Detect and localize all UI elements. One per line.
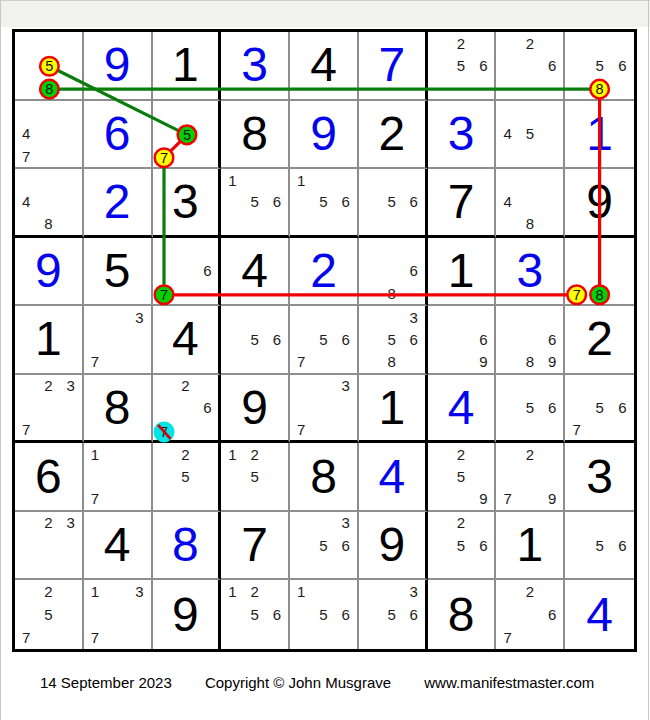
cell-r2c6: 2 xyxy=(359,101,428,170)
candidate: 5 xyxy=(37,603,59,626)
footer-copyright: Copyright © John Musgrave xyxy=(205,674,391,691)
candidate: 8 xyxy=(381,351,403,373)
cell-r7c2: 17 xyxy=(84,443,153,512)
cell-r2c3 xyxy=(153,101,222,170)
candidate: 5 xyxy=(450,54,472,76)
cell-r7c7: 259 xyxy=(428,443,497,512)
solved-digit: 4 xyxy=(448,384,475,432)
cell-r1c4: 3 xyxy=(221,32,290,101)
cell-r3c5: 156 xyxy=(290,169,359,238)
cell-r6c5: 37 xyxy=(290,375,359,444)
candidate: 2 xyxy=(450,443,472,465)
candidate: 7 xyxy=(496,488,518,510)
cell-r6c6: 1 xyxy=(359,375,428,444)
candidate: 4 xyxy=(15,123,37,145)
cell-r1c6: 7 xyxy=(359,32,428,101)
footer-date: 14 September 2023 xyxy=(40,674,172,691)
cell-r5c7: 69 xyxy=(428,306,497,375)
candidate: 7 xyxy=(15,626,37,649)
cell-r8c6: 9 xyxy=(359,512,428,581)
candidate: 6 xyxy=(541,328,563,350)
candidate: 6 xyxy=(266,603,288,626)
candidate: 5 xyxy=(244,603,266,626)
solved-digit: 4 xyxy=(586,591,613,639)
solved-digit: 9 xyxy=(35,247,62,295)
candidate: 6 xyxy=(196,397,218,419)
solved-digit: 1 xyxy=(586,110,613,158)
cell-r9c6: 356 xyxy=(359,580,428,649)
candidate: 5 xyxy=(381,603,403,626)
cell-r8c3: 8 xyxy=(153,512,222,581)
candidate: 7 xyxy=(290,351,312,373)
candidate: 5 xyxy=(450,534,472,556)
cell-r5c6: 3568 xyxy=(359,306,428,375)
candidate: 2 xyxy=(519,580,541,603)
candidate: 7 xyxy=(565,418,588,440)
candidate: 9 xyxy=(472,351,494,373)
candidate: 4 xyxy=(496,191,518,213)
cell-r7c5: 8 xyxy=(290,443,359,512)
cell-r1c2: 9 xyxy=(84,32,153,101)
solved-digit: 6 xyxy=(104,110,131,158)
candidate: 6 xyxy=(266,328,288,350)
cell-r5c3: 4 xyxy=(153,306,222,375)
given-digit: 7 xyxy=(448,178,475,226)
candidate: 2 xyxy=(519,443,541,465)
cell-r9c2: 137 xyxy=(84,580,153,649)
candidate: 6 xyxy=(403,328,425,350)
candidate: 7 xyxy=(496,626,518,649)
candidate: 5 xyxy=(519,123,541,145)
candidate: 2 xyxy=(174,443,196,465)
cell-r5c8: 689 xyxy=(496,306,565,375)
candidate: 5 xyxy=(381,191,403,213)
candidate: 3 xyxy=(335,512,357,534)
candidate: 2 xyxy=(37,580,59,603)
cell-r6c2: 8 xyxy=(84,375,153,444)
cell-r9c7: 8 xyxy=(428,580,497,649)
candidate: 6 xyxy=(611,54,634,76)
cell-r9c4: 1256 xyxy=(221,580,290,649)
candidate: 2 xyxy=(244,580,266,603)
cell-r8c1: 23 xyxy=(15,512,84,581)
candidate: 8 xyxy=(519,351,541,373)
cell-r6c8: 56 xyxy=(496,375,565,444)
candidate: 1 xyxy=(290,169,312,191)
candidate: 9 xyxy=(541,488,563,510)
cell-r9c3: 9 xyxy=(153,580,222,649)
cell-r4c2: 5 xyxy=(84,238,153,307)
cell-r2c8: 45 xyxy=(496,101,565,170)
candidate: 5 xyxy=(588,397,611,419)
candidate: 3 xyxy=(60,512,82,534)
cell-r5c9: 2 xyxy=(565,306,634,375)
cell-r1c5: 4 xyxy=(290,32,359,101)
cell-r4c1: 9 xyxy=(15,238,84,307)
given-digit: 8 xyxy=(104,384,131,432)
given-digit: 4 xyxy=(241,247,268,295)
candidate: 2 xyxy=(244,443,266,465)
candidate: 2 xyxy=(174,375,196,397)
solved-digit: 8 xyxy=(172,521,199,569)
candidate: 6 xyxy=(335,328,357,350)
cell-r2c5: 9 xyxy=(290,101,359,170)
candidate: 1 xyxy=(221,443,243,465)
solved-digit: 3 xyxy=(516,247,543,295)
candidate: 6 xyxy=(472,54,494,76)
given-digit: 5 xyxy=(104,247,131,295)
given-digit: 8 xyxy=(448,591,475,639)
cell-r9c1: 257 xyxy=(15,580,84,649)
candidate: 1 xyxy=(84,580,106,603)
candidate: 3 xyxy=(128,580,150,603)
candidate: 3 xyxy=(60,375,82,397)
candidate: 7 xyxy=(84,488,106,510)
given-digit: 1 xyxy=(378,384,405,432)
given-digit: 1 xyxy=(172,41,199,89)
cell-r7c4: 125 xyxy=(221,443,290,512)
cell-r7c9: 3 xyxy=(565,443,634,512)
candidate: 5 xyxy=(312,191,334,213)
candidate: 5 xyxy=(312,603,334,626)
candidate: 5 xyxy=(381,328,403,350)
cell-r8c7: 256 xyxy=(428,512,497,581)
cell-r2c2: 6 xyxy=(84,101,153,170)
solved-digit: 9 xyxy=(104,41,131,89)
cell-r5c4: 56 xyxy=(221,306,290,375)
cell-r6c9: 567 xyxy=(565,375,634,444)
candidate: 2 xyxy=(519,32,541,54)
cell-r4c8: 3 xyxy=(496,238,565,307)
footer-website: www.manifestmaster.com xyxy=(424,674,594,691)
candidate: 5 xyxy=(588,534,611,556)
cell-r3c9: 9 xyxy=(565,169,634,238)
cell-r4c3: 6 xyxy=(153,238,222,307)
cell-r8c9: 56 xyxy=(565,512,634,581)
cell-r8c8: 1 xyxy=(496,512,565,581)
cell-r7c8: 279 xyxy=(496,443,565,512)
candidate: 6 xyxy=(335,603,357,626)
cell-r8c5: 356 xyxy=(290,512,359,581)
candidate: 3 xyxy=(403,580,425,603)
cell-r6c4: 9 xyxy=(221,375,290,444)
given-digit: 2 xyxy=(586,315,613,363)
given-digit: 4 xyxy=(104,521,131,569)
cell-r2c1: 47 xyxy=(15,101,84,170)
cell-r3c6: 56 xyxy=(359,169,428,238)
cell-r6c3: 26 xyxy=(153,375,222,444)
candidate: 7 xyxy=(84,626,106,649)
candidate: 6 xyxy=(472,328,494,350)
given-digit: 6 xyxy=(35,453,62,501)
cell-r7c1: 6 xyxy=(15,443,84,512)
given-digit: 9 xyxy=(172,591,199,639)
candidate: 2 xyxy=(37,375,59,397)
candidate: 6 xyxy=(541,397,563,419)
given-digit: 1 xyxy=(448,247,475,295)
given-digit: 1 xyxy=(35,315,62,363)
page-edge-left xyxy=(0,0,1,720)
cell-r7c3: 25 xyxy=(153,443,222,512)
candidate: 6 xyxy=(611,534,634,556)
cell-r8c4: 7 xyxy=(221,512,290,581)
cell-r4c9 xyxy=(565,238,634,307)
cell-r1c7: 256 xyxy=(428,32,497,101)
candidate: 5 xyxy=(312,534,334,556)
candidate: 7 xyxy=(15,418,37,440)
candidate: 5 xyxy=(244,466,266,488)
solved-digit: 2 xyxy=(104,178,131,226)
given-digit: 9 xyxy=(586,178,613,226)
cell-r1c3: 1 xyxy=(153,32,222,101)
candidate: 1 xyxy=(221,580,243,603)
cell-r2c7: 3 xyxy=(428,101,497,170)
cell-r5c1: 1 xyxy=(15,306,84,375)
candidate: 6 xyxy=(196,260,218,282)
candidate: 4 xyxy=(15,191,37,213)
candidate: 6 xyxy=(541,603,563,626)
candidate: 7 xyxy=(290,418,312,440)
cell-r8c2: 4 xyxy=(84,512,153,581)
candidate: 6 xyxy=(403,603,425,626)
cell-r4c7: 1 xyxy=(428,238,497,307)
solved-digit: 4 xyxy=(378,453,405,501)
candidate: 3 xyxy=(128,306,150,328)
cell-r3c1: 48 xyxy=(15,169,84,238)
given-digit: 4 xyxy=(172,315,199,363)
candidate: 6 xyxy=(541,54,563,76)
candidate: 6 xyxy=(335,534,357,556)
candidate: 5 xyxy=(174,466,196,488)
cell-r7c6: 4 xyxy=(359,443,428,512)
solved-digit: 2 xyxy=(310,247,337,295)
given-digit: 1 xyxy=(516,521,543,569)
candidate: 5 xyxy=(244,328,266,350)
given-digit: 3 xyxy=(172,178,199,226)
cell-r9c8: 267 xyxy=(496,580,565,649)
given-digit: 3 xyxy=(586,453,613,501)
candidate: 9 xyxy=(541,351,563,373)
page-header-band xyxy=(0,0,650,27)
solved-digit: 7 xyxy=(378,41,405,89)
candidate: 3 xyxy=(335,375,357,397)
candidate: 9 xyxy=(472,488,494,510)
cell-r4c6: 68 xyxy=(359,238,428,307)
footer: 14 September 2023 Copyright © John Musgr… xyxy=(40,674,594,691)
given-digit: 4 xyxy=(310,41,337,89)
candidate: 3 xyxy=(403,306,425,328)
cell-r4c5: 2 xyxy=(290,238,359,307)
candidate: 8 xyxy=(519,213,541,235)
candidate: 2 xyxy=(450,32,472,54)
candidate: 2 xyxy=(450,512,472,534)
cell-r9c9: 4 xyxy=(565,580,634,649)
cell-r5c5: 567 xyxy=(290,306,359,375)
given-digit: 7 xyxy=(241,521,268,569)
candidate: 1 xyxy=(221,169,243,191)
candidate: 5 xyxy=(450,466,472,488)
candidate: 1 xyxy=(290,580,312,603)
cell-r1c8: 26 xyxy=(496,32,565,101)
sudoku-board: 9134725626564768923451482315615656748995… xyxy=(12,29,637,652)
cell-r3c8: 48 xyxy=(496,169,565,238)
candidate: 2 xyxy=(37,512,59,534)
candidate: 5 xyxy=(312,328,334,350)
cell-r6c7: 4 xyxy=(428,375,497,444)
given-digit: 8 xyxy=(310,453,337,501)
candidate: 7 xyxy=(15,145,37,167)
cell-r3c2: 2 xyxy=(84,169,153,238)
cell-r2c9: 1 xyxy=(565,101,634,170)
given-digit: 9 xyxy=(378,521,405,569)
cell-r5c2: 37 xyxy=(84,306,153,375)
candidate: 8 xyxy=(37,213,59,235)
solved-digit: 9 xyxy=(310,110,337,158)
cell-r6c1: 237 xyxy=(15,375,84,444)
candidate: 6 xyxy=(403,260,425,282)
cell-r1c1 xyxy=(15,32,84,101)
candidate: 4 xyxy=(496,123,518,145)
candidate: 7 xyxy=(84,351,106,373)
cell-r1c9: 56 xyxy=(565,32,634,101)
page-edge-right xyxy=(648,0,649,720)
given-digit: 2 xyxy=(378,110,405,158)
candidate: 5 xyxy=(244,191,266,213)
candidate: 6 xyxy=(472,534,494,556)
candidate: 6 xyxy=(611,397,634,419)
given-digit: 8 xyxy=(241,110,268,158)
cell-r3c3: 3 xyxy=(153,169,222,238)
solved-digit: 3 xyxy=(241,41,268,89)
candidate: 6 xyxy=(335,191,357,213)
given-digit: 9 xyxy=(241,384,268,432)
candidate: 8 xyxy=(381,282,403,304)
candidate: 6 xyxy=(266,191,288,213)
cell-r4c4: 4 xyxy=(221,238,290,307)
cell-r9c5: 156 xyxy=(290,580,359,649)
candidate: 6 xyxy=(403,191,425,213)
candidate: 5 xyxy=(519,397,541,419)
cell-r2c4: 8 xyxy=(221,101,290,170)
cell-r3c4: 156 xyxy=(221,169,290,238)
cell-r3c7: 7 xyxy=(428,169,497,238)
candidate: 5 xyxy=(588,54,611,76)
candidate: 1 xyxy=(84,443,106,465)
solved-digit: 3 xyxy=(448,110,475,158)
